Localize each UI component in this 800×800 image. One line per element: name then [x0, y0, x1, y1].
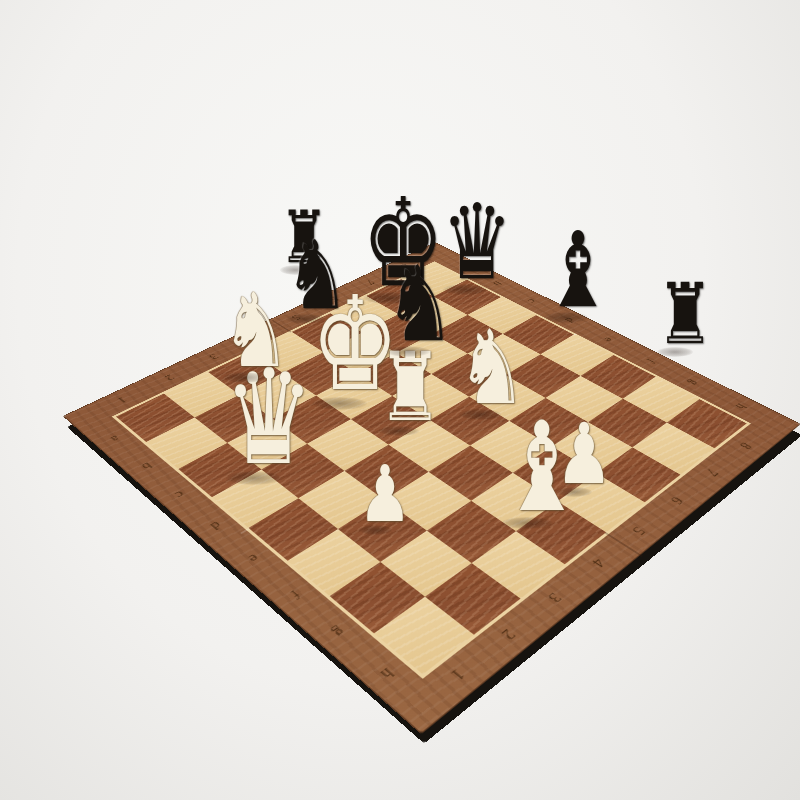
coordinate-label-c: c — [168, 487, 193, 504]
coordinate-label-6: 6 — [665, 492, 690, 509]
coordinate-label-3: 3 — [542, 587, 570, 608]
piece-black-rook-h1[interactable]: ♜ — [656, 272, 713, 356]
coordinate-label-h: h — [372, 662, 402, 686]
coordinate-label-d: d — [203, 517, 228, 535]
coordinate-label-4: 4 — [585, 553, 612, 572]
piece-white-knight-c6[interactable]: ♞ — [221, 280, 291, 382]
coordinate-label-7: 7 — [700, 465, 724, 481]
coordinate-label-g: g — [325, 621, 353, 643]
piece-white-pawn-a3[interactable]: ♟ — [358, 455, 411, 533]
coordinate-label-f: f — [282, 584, 309, 604]
piece-black-bishop-h3[interactable]: ♝ — [543, 218, 614, 322]
coordinate-label-h: h — [730, 400, 752, 413]
piece-white-pawn-c1[interactable]: ♟ — [555, 412, 612, 496]
coordinate-label-2: 2 — [494, 624, 523, 646]
product-photo-stage: aa88bb77cc66dd55ee44ff33gg22hh11 ♛♞♚♜♞♟♝… — [0, 0, 800, 800]
coordinate-label-1: 1 — [112, 393, 134, 406]
coordinate-label-a: a — [104, 432, 127, 447]
piece-black-knight-e6[interactable]: ♞ — [385, 252, 456, 356]
coordinate-label-g: g — [684, 377, 706, 390]
coordinate-label-e: e — [599, 334, 619, 345]
coordinate-label-c: c — [523, 296, 542, 306]
coordinate-label-2: 2 — [159, 371, 180, 384]
coordinate-label-b: b — [135, 458, 159, 474]
coordinate-label-5: 5 — [626, 522, 652, 540]
piece-black-knight-d7[interactable]: ♞ — [285, 228, 350, 323]
coordinate-label-e: e — [241, 549, 267, 568]
coordinate-label-1: 1 — [444, 663, 474, 687]
coordinate-label-8: 8 — [734, 439, 757, 454]
